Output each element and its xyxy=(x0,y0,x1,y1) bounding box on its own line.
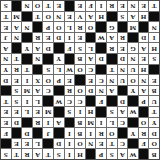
letter-cell[interactable]: S xyxy=(107,149,117,159)
letter-cell[interactable]: N xyxy=(149,22,159,32)
letter-cell[interactable]: S xyxy=(12,96,22,106)
letter-cell[interactable]: O xyxy=(43,12,53,22)
letter-cell[interactable]: M xyxy=(43,107,53,117)
block-cell xyxy=(96,107,106,117)
letter-cell[interactable]: H xyxy=(149,43,159,53)
letter-cell[interactable]: H xyxy=(75,149,85,159)
block-cell xyxy=(65,54,75,64)
letter-cell[interactable]: O xyxy=(54,22,64,32)
crossword-board: BWASPHISTARTSOFCTENOIDLEEDRYORIBIJDFYOCL… xyxy=(1,1,159,159)
letter-cell[interactable]: I xyxy=(65,139,75,149)
letter-cell[interactable]: A xyxy=(54,118,64,128)
letter-cell[interactable]: S xyxy=(43,65,53,75)
letter-cell[interactable]: E xyxy=(65,12,75,22)
letter-cell[interactable]: T xyxy=(33,12,43,22)
letter-cell[interactable]: E xyxy=(149,75,159,85)
letter-cell[interactable]: F xyxy=(86,1,96,11)
block-cell xyxy=(107,96,117,106)
letter-cell[interactable]: A xyxy=(1,43,11,53)
letter-cell[interactable]: S xyxy=(12,86,22,96)
letter-cell[interactable]: I xyxy=(96,1,106,11)
letter-cell[interactable]: R xyxy=(65,86,75,96)
block-cell xyxy=(139,149,149,159)
letter-cell[interactable]: I xyxy=(65,149,75,159)
letter-cell[interactable]: D xyxy=(22,128,32,138)
block-cell xyxy=(22,54,32,64)
letter-cell[interactable]: O xyxy=(75,65,85,75)
letter-cell[interactable]: W xyxy=(128,149,138,159)
letter-cell[interactable]: E xyxy=(118,43,128,53)
block-cell xyxy=(107,54,117,64)
letter-cell[interactable]: S xyxy=(1,149,11,159)
letter-cell[interactable]: L xyxy=(54,65,64,75)
letter-cell[interactable]: M xyxy=(86,118,96,128)
letter-cell[interactable]: A xyxy=(12,22,22,32)
letter-cell[interactable]: A xyxy=(107,33,117,43)
letter-cell[interactable]: I xyxy=(86,128,96,138)
letter-cell[interactable]: H xyxy=(139,12,149,22)
block-cell xyxy=(1,86,11,96)
letter-cell[interactable]: D xyxy=(118,54,128,64)
block-cell xyxy=(43,96,53,106)
letter-cell[interactable]: R xyxy=(75,22,85,32)
letter-cell[interactable]: D xyxy=(43,43,53,53)
letter-cell[interactable]: N xyxy=(1,54,11,64)
letter-cell[interactable]: N xyxy=(139,75,149,85)
letter-cell[interactable]: V xyxy=(75,12,85,22)
letter-cell[interactable]: N xyxy=(86,139,96,149)
letter-cell[interactable]: D xyxy=(86,86,96,96)
letter-cell[interactable]: L xyxy=(86,43,96,53)
letter-cell[interactable]: Y xyxy=(128,86,138,96)
letter-cell[interactable]: E xyxy=(139,1,149,11)
letter-cell[interactable]: D xyxy=(96,54,106,64)
letter-cell[interactable]: X xyxy=(33,75,43,85)
letter-cell[interactable]: S xyxy=(107,107,117,117)
letter-cell[interactable]: R xyxy=(33,118,43,128)
block-cell xyxy=(149,12,159,22)
letter-cell[interactable]: H xyxy=(96,12,106,22)
letter-cell[interactable]: I xyxy=(43,118,53,128)
letter-cell[interactable]: A xyxy=(86,12,96,22)
letter-cell[interactable]: I xyxy=(22,75,32,85)
letter-cell[interactable]: R xyxy=(118,33,128,43)
letter-cell[interactable]: O xyxy=(128,75,138,85)
letter-cell[interactable]: A xyxy=(33,149,43,159)
letter-cell[interactable]: L xyxy=(33,139,43,149)
letter-cell[interactable]: B xyxy=(75,128,85,138)
letter-cell[interactable]: N xyxy=(22,22,32,32)
letter-cell[interactable]: N xyxy=(128,1,138,11)
letter-cell[interactable]: R xyxy=(12,65,22,75)
letter-cell[interactable]: D xyxy=(139,33,149,43)
letter-cell[interactable]: S xyxy=(118,12,128,22)
letter-cell[interactable]: N xyxy=(22,1,32,11)
letter-cell[interactable]: N xyxy=(118,65,128,75)
letter-cell[interactable]: R xyxy=(139,128,149,138)
letter-cell[interactable]: U xyxy=(128,65,138,75)
block-cell xyxy=(22,118,32,128)
letter-cell[interactable]: D xyxy=(54,139,64,149)
letter-cell[interactable]: S xyxy=(75,43,85,53)
letter-cell[interactable]: O xyxy=(86,22,96,32)
letter-cell[interactable]: G xyxy=(128,43,138,53)
block-cell xyxy=(1,139,11,149)
letter-cell[interactable]: A xyxy=(107,86,117,96)
block-cell xyxy=(65,118,75,128)
letter-cell[interactable]: R xyxy=(107,1,117,11)
letter-cell[interactable]: L xyxy=(107,118,117,128)
letter-cell[interactable]: A xyxy=(33,86,43,96)
letter-cell[interactable]: I xyxy=(149,33,159,43)
letter-cell[interactable]: M xyxy=(128,22,138,32)
block-cell xyxy=(139,107,149,117)
letter-cell[interactable]: E xyxy=(65,75,75,85)
block-cell xyxy=(118,22,128,32)
letter-cell[interactable]: P xyxy=(139,96,149,106)
block-cell xyxy=(54,107,64,117)
letter-cell[interactable]: Y xyxy=(149,118,159,128)
letter-cell[interactable]: E xyxy=(118,1,128,11)
block-cell xyxy=(86,33,96,43)
letter-cell[interactable]: T xyxy=(43,1,53,11)
letter-cell[interactable]: B xyxy=(75,118,85,128)
letter-cell[interactable]: O xyxy=(43,75,53,85)
letter-cell[interactable]: M xyxy=(22,86,32,96)
block-cell xyxy=(33,65,43,75)
letter-cell[interactable]: T xyxy=(1,96,11,106)
letter-cell[interactable]: Y xyxy=(22,43,32,53)
letter-cell[interactable]: S xyxy=(149,54,159,64)
letter-cell[interactable]: S xyxy=(1,1,11,11)
letter-cell[interactable]: H xyxy=(86,107,96,117)
letter-cell[interactable]: E xyxy=(33,107,43,117)
block-cell xyxy=(54,86,64,96)
letter-cell[interactable]: O xyxy=(149,139,159,149)
letter-cell[interactable]: C xyxy=(65,96,75,106)
letter-cell[interactable]: H xyxy=(139,65,149,75)
letter-cell[interactable]: R xyxy=(96,128,106,138)
letter-cell[interactable]: E xyxy=(22,139,32,149)
letter-cell[interactable]: R xyxy=(33,33,43,43)
letter-cell[interactable]: B xyxy=(149,149,159,159)
block-cell xyxy=(86,96,96,106)
letter-cell[interactable]: O xyxy=(75,139,85,149)
block-cell xyxy=(12,43,22,53)
letter-cell[interactable]: Y xyxy=(1,65,11,75)
letter-cell[interactable]: L xyxy=(65,22,75,32)
letter-cell[interactable]: R xyxy=(107,43,117,53)
letter-cell[interactable]: C xyxy=(86,65,96,75)
letter-cell[interactable]: E xyxy=(1,107,11,117)
block-cell xyxy=(107,12,117,22)
letter-cell[interactable]: D xyxy=(54,33,64,43)
letter-cell[interactable]: T xyxy=(22,65,32,75)
letter-cell[interactable]: T xyxy=(149,1,159,11)
letter-cell[interactable]: N xyxy=(96,86,106,96)
letter-cell[interactable]: W xyxy=(128,107,138,117)
letter-cell[interactable]: A xyxy=(139,43,149,53)
letter-cell[interactable]: A xyxy=(139,86,149,96)
letter-cell[interactable]: E xyxy=(1,118,11,128)
letter-cell[interactable]: A xyxy=(118,107,128,117)
block-cell xyxy=(54,43,64,53)
letter-cell[interactable]: S xyxy=(54,149,64,159)
letter-cell[interactable]: S xyxy=(65,107,75,117)
letter-cell[interactable]: C xyxy=(75,96,85,106)
letter-cell[interactable]: I xyxy=(75,107,85,117)
block-cell xyxy=(12,1,22,11)
block-cell xyxy=(43,54,53,64)
block-cell xyxy=(128,96,138,106)
block-cell xyxy=(86,149,96,159)
letter-cell[interactable]: O xyxy=(139,118,149,128)
letter-cell[interactable]: P xyxy=(54,75,64,85)
letter-cell[interactable]: I xyxy=(22,96,32,106)
block-cell xyxy=(75,75,85,85)
letter-cell[interactable]: Y xyxy=(54,54,64,64)
letter-cell[interactable]: E xyxy=(86,75,96,85)
letter-cell[interactable]: O xyxy=(107,128,117,138)
letter-cell[interactable]: D xyxy=(1,75,11,85)
letter-cell[interactable]: E xyxy=(12,75,22,85)
letter-cell[interactable]: W xyxy=(65,65,75,75)
letter-cell[interactable]: L xyxy=(22,107,32,117)
letter-cell[interactable]: F xyxy=(65,43,75,53)
letter-cell[interactable]: J xyxy=(1,33,11,43)
letter-cell[interactable]: E xyxy=(43,33,53,43)
block-cell xyxy=(43,139,53,149)
letter-cell[interactable]: P xyxy=(96,149,106,159)
letter-cell[interactable]: I xyxy=(65,33,75,43)
letter-cell[interactable]: T xyxy=(43,149,53,159)
block-cell xyxy=(139,22,149,32)
letter-cell[interactable]: E xyxy=(12,107,22,117)
letter-cell[interactable]: A xyxy=(86,54,96,64)
block-cell xyxy=(149,65,159,75)
crossword-board-frame: BWASPHISTARTSOFCTENOIDLEEDRYORIBIJDFYOCL… xyxy=(0,0,160,160)
letter-cell[interactable]: O xyxy=(33,1,43,11)
letter-cell[interactable]: E xyxy=(96,139,106,149)
block-cell xyxy=(118,128,128,138)
letter-cell[interactable]: U xyxy=(149,96,159,106)
letter-cell[interactable]: M xyxy=(12,12,22,22)
block-cell xyxy=(96,43,106,53)
letter-cell[interactable]: T xyxy=(149,107,159,117)
letter-cell[interactable]: D xyxy=(118,96,128,106)
block-cell xyxy=(33,22,43,32)
letter-cell[interactable]: T xyxy=(1,12,11,22)
letter-cell[interactable]: N xyxy=(128,54,138,64)
letter-cell[interactable]: F xyxy=(96,96,106,106)
letter-cell[interactable]: Y xyxy=(128,128,138,138)
letter-cell[interactable]: E xyxy=(139,54,149,64)
letter-cell[interactable]: N xyxy=(33,54,43,64)
block-cell xyxy=(22,33,32,43)
letter-cell[interactable]: G xyxy=(107,22,117,32)
block-cell xyxy=(33,128,43,138)
letter-cell[interactable]: A xyxy=(118,149,128,159)
block-cell xyxy=(22,12,32,22)
letter-cell[interactable]: E xyxy=(1,22,11,32)
block-cell xyxy=(128,118,138,128)
letter-cell[interactable]: I xyxy=(65,128,75,138)
letter-cell[interactable]: D xyxy=(12,118,22,128)
letter-cell[interactable]: P xyxy=(43,22,53,32)
letter-cell[interactable]: N xyxy=(107,75,117,85)
block-cell xyxy=(65,1,75,11)
letter-cell[interactable]: F xyxy=(139,139,149,149)
letter-cell[interactable]: E xyxy=(75,1,85,11)
letter-cell[interactable]: B xyxy=(149,86,159,96)
letter-cell[interactable]: D xyxy=(149,128,159,138)
letter-cell[interactable]: E xyxy=(75,33,85,43)
letter-cell[interactable]: T xyxy=(107,65,117,75)
letter-cell[interactable]: F xyxy=(1,128,11,138)
letter-cell[interactable]: C xyxy=(118,118,128,128)
letter-cell[interactable]: T xyxy=(12,54,22,64)
letter-cell[interactable]: C xyxy=(96,75,106,85)
letter-cell[interactable]: C xyxy=(118,139,128,149)
letter-cell[interactable]: L xyxy=(33,96,43,106)
letter-cell[interactable]: J xyxy=(43,128,53,138)
letter-cell[interactable]: W xyxy=(96,33,106,43)
block-cell xyxy=(12,128,22,138)
letter-cell[interactable]: E xyxy=(54,1,64,11)
letter-cell[interactable]: I xyxy=(96,118,106,128)
block-cell xyxy=(118,86,128,96)
letter-cell[interactable]: W xyxy=(54,96,64,106)
block-cell xyxy=(54,128,64,138)
letter-cell[interactable]: C xyxy=(43,86,53,96)
block-cell xyxy=(128,33,138,43)
letter-cell[interactable]: T xyxy=(12,149,22,159)
block-cell xyxy=(128,139,138,149)
letter-cell[interactable]: T xyxy=(107,139,117,149)
letter-cell[interactable]: N xyxy=(12,33,22,43)
letter-cell[interactable]: R xyxy=(22,149,32,159)
letter-cell[interactable]: E xyxy=(12,139,22,149)
letter-cell[interactable]: B xyxy=(75,54,85,64)
letter-cell[interactable]: N xyxy=(54,12,64,22)
block-cell xyxy=(96,22,106,32)
letter-cell[interactable]: O xyxy=(75,86,85,96)
letter-cell[interactable]: A xyxy=(33,43,43,53)
letter-cell[interactable]: A xyxy=(128,12,138,22)
letter-cell[interactable]: U xyxy=(118,75,128,85)
block-cell xyxy=(96,65,106,75)
